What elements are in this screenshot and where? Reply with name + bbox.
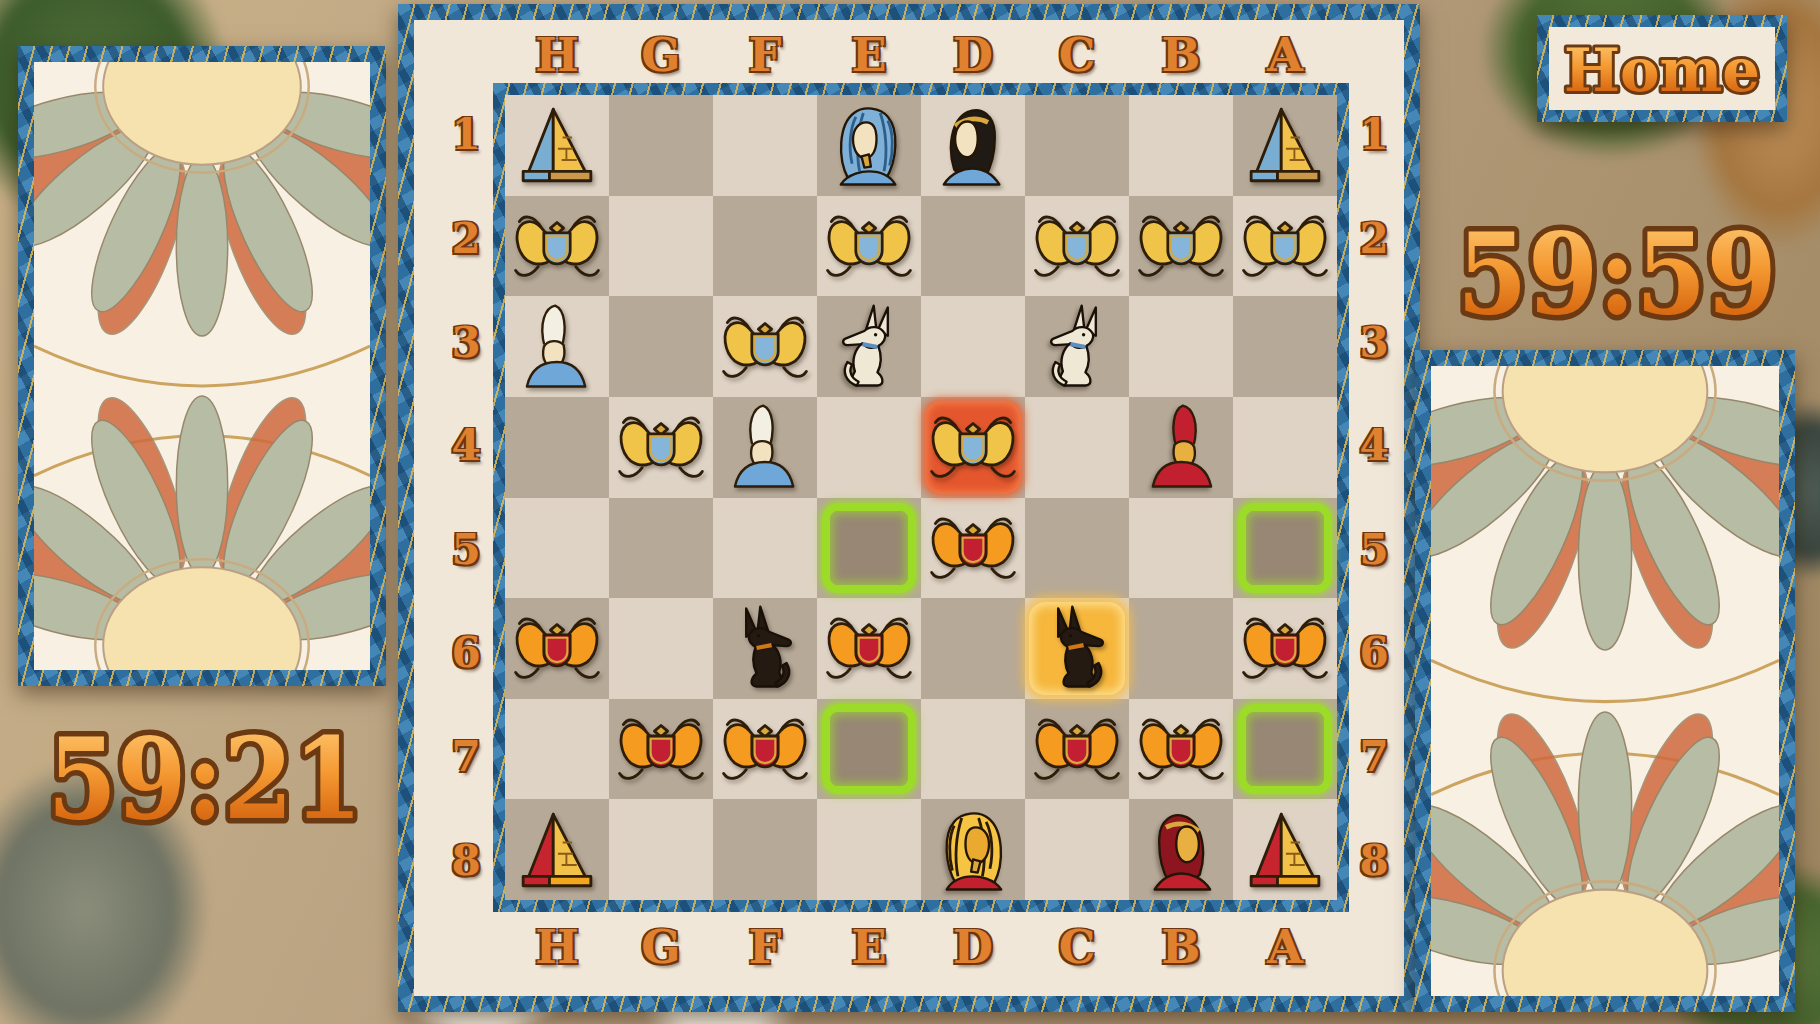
crown-bishop-blue[interactable] xyxy=(718,400,812,494)
coord-label-7: 7 xyxy=(1350,705,1398,809)
coord-label-6: 6 xyxy=(442,601,490,705)
board-panel: HGFEDCBA HGFEDCBA 12345678 12345678 xyxy=(398,4,1420,1012)
scarab-pawn-blue[interactable] xyxy=(510,199,604,293)
pharaoh-king-blue[interactable] xyxy=(822,98,916,192)
scarab-pawn-blue[interactable] xyxy=(1238,199,1332,293)
square-b5[interactable] xyxy=(1129,498,1233,599)
square-h2[interactable] xyxy=(505,196,609,297)
coord-label-2: 2 xyxy=(442,187,490,291)
home-button-label: Home xyxy=(1564,35,1760,105)
queen-blue[interactable] xyxy=(926,98,1020,192)
crown-bishop-red[interactable] xyxy=(1134,400,1228,494)
square-c7[interactable] xyxy=(1025,699,1129,800)
square-e5[interactable] xyxy=(817,498,921,599)
square-f2[interactable] xyxy=(713,196,817,297)
coord-label-4: 4 xyxy=(442,394,490,498)
square-c3[interactable] xyxy=(1025,296,1129,397)
anubis-knight-red[interactable] xyxy=(1030,601,1124,695)
pyramid-rook-blue[interactable] xyxy=(510,98,604,192)
file-labels-top: HGFEDCBA xyxy=(505,26,1337,84)
anubis-knight-blue[interactable] xyxy=(822,300,916,394)
queen-red[interactable] xyxy=(1134,803,1228,897)
square-d6[interactable] xyxy=(921,598,1025,699)
scarab-pawn-red[interactable] xyxy=(718,702,812,796)
coord-label-a: A xyxy=(1233,26,1337,84)
square-b8[interactable] xyxy=(1129,799,1233,900)
square-h6[interactable] xyxy=(505,598,609,699)
square-c6[interactable] xyxy=(1025,598,1129,699)
square-g6[interactable] xyxy=(609,598,713,699)
square-a5[interactable] xyxy=(1233,498,1337,599)
square-d4[interactable] xyxy=(921,397,1025,498)
square-b6[interactable] xyxy=(1129,598,1233,699)
coord-label-e: E xyxy=(817,918,921,976)
coord-label-e: E xyxy=(817,26,921,84)
scarab-pawn-red[interactable] xyxy=(510,601,604,695)
square-f3[interactable] xyxy=(713,296,817,397)
square-f1[interactable] xyxy=(713,95,817,196)
scarab-pawn-red[interactable] xyxy=(926,501,1020,595)
crown-bishop-blue[interactable] xyxy=(510,300,604,394)
square-a1[interactable] xyxy=(1233,95,1337,196)
scarab-pawn-blue[interactable] xyxy=(926,400,1020,494)
square-d8[interactable] xyxy=(921,799,1025,900)
rank-labels-left: 12345678 xyxy=(442,83,490,912)
square-e2[interactable] xyxy=(817,196,921,297)
square-e6[interactable] xyxy=(817,598,921,699)
square-f4[interactable] xyxy=(713,397,817,498)
sun-lotus-artwork xyxy=(1431,366,1779,996)
coord-label-b: B xyxy=(1129,26,1233,84)
svg-text:59:21: 59:21 xyxy=(48,713,363,844)
square-b7[interactable] xyxy=(1129,699,1233,800)
scarab-pawn-red[interactable] xyxy=(1238,601,1332,695)
square-a8[interactable] xyxy=(1233,799,1337,900)
highlight-green xyxy=(1238,704,1332,795)
square-c4[interactable] xyxy=(1025,397,1129,498)
home-button[interactable]: Home xyxy=(1537,15,1787,122)
scarab-pawn-blue[interactable] xyxy=(718,300,812,394)
square-e3[interactable] xyxy=(817,296,921,397)
coord-label-f: F xyxy=(713,26,817,84)
square-d1[interactable] xyxy=(921,95,1025,196)
coord-label-h: H xyxy=(505,918,609,976)
square-f5[interactable] xyxy=(713,498,817,599)
pharaoh-king-red[interactable] xyxy=(926,803,1020,897)
coord-label-a: A xyxy=(1233,918,1337,976)
pyramid-rook-red[interactable] xyxy=(510,803,604,897)
scarab-pawn-red[interactable] xyxy=(822,601,916,695)
square-d5[interactable] xyxy=(921,498,1025,599)
square-g8[interactable] xyxy=(609,799,713,900)
coord-label-7: 7 xyxy=(442,705,490,809)
square-a3[interactable] xyxy=(1233,296,1337,397)
coord-label-3: 3 xyxy=(442,290,490,394)
red-player-avatar-icon xyxy=(56,92,122,184)
coord-label-f: F xyxy=(713,918,817,976)
chess-board xyxy=(505,95,1337,900)
square-g2[interactable] xyxy=(609,196,713,297)
coord-label-8: 8 xyxy=(1350,808,1398,912)
coord-label-g: G xyxy=(609,918,713,976)
rank-labels-right: 12345678 xyxy=(1350,83,1398,912)
square-h1[interactable] xyxy=(505,95,609,196)
highlight-green xyxy=(1238,503,1332,594)
square-c2[interactable] xyxy=(1025,196,1129,297)
square-g3[interactable] xyxy=(609,296,713,397)
square-c8[interactable] xyxy=(1025,799,1129,900)
square-f7[interactable] xyxy=(713,699,817,800)
square-d3[interactable] xyxy=(921,296,1025,397)
square-h8[interactable] xyxy=(505,799,609,900)
coord-label-c: C xyxy=(1025,26,1129,84)
square-a4[interactable] xyxy=(1233,397,1337,498)
square-f8[interactable] xyxy=(713,799,817,900)
square-a2[interactable] xyxy=(1233,196,1337,297)
square-b4[interactable] xyxy=(1129,397,1233,498)
coord-label-3: 3 xyxy=(1350,290,1398,394)
square-e1[interactable] xyxy=(817,95,921,196)
coord-label-2: 2 xyxy=(1350,187,1398,291)
coord-label-4: 4 xyxy=(1350,394,1398,498)
square-a6[interactable] xyxy=(1233,598,1337,699)
scarab-pawn-red[interactable] xyxy=(1134,702,1228,796)
square-h4[interactable] xyxy=(505,397,609,498)
svg-text:59:59: 59:59 xyxy=(1457,208,1777,339)
coord-label-8: 8 xyxy=(442,808,490,912)
square-f6[interactable] xyxy=(713,598,817,699)
pyramid-rook-red[interactable] xyxy=(1238,803,1332,897)
board-frame xyxy=(493,83,1349,912)
square-b3[interactable] xyxy=(1129,296,1233,397)
scarab-pawn-blue[interactable] xyxy=(1134,199,1228,293)
square-a7[interactable] xyxy=(1233,699,1337,800)
left-player-card xyxy=(18,46,386,686)
square-h3[interactable] xyxy=(505,296,609,397)
square-g1[interactable] xyxy=(609,95,713,196)
coord-label-g: G xyxy=(609,26,713,84)
scarab-pawn-blue[interactable] xyxy=(614,400,708,494)
file-labels-bottom: HGFEDCBA xyxy=(505,918,1337,976)
pyramid-rook-blue[interactable] xyxy=(1238,98,1332,192)
square-h7[interactable] xyxy=(505,699,609,800)
coord-label-d: D xyxy=(921,918,1025,976)
square-c1[interactable] xyxy=(1025,95,1129,196)
square-c5[interactable] xyxy=(1025,498,1129,599)
scarab-pawn-red[interactable] xyxy=(614,702,708,796)
highlight-green xyxy=(822,503,916,594)
square-d2[interactable] xyxy=(921,196,1025,297)
square-d7[interactable] xyxy=(921,699,1025,800)
right-player-timer: 59:59 xyxy=(1445,205,1790,345)
coord-label-c: C xyxy=(1025,918,1129,976)
coord-label-1: 1 xyxy=(1350,83,1398,187)
coord-label-5: 5 xyxy=(442,498,490,602)
square-e7[interactable] xyxy=(817,699,921,800)
square-g7[interactable] xyxy=(609,699,713,800)
anubis-knight-red[interactable] xyxy=(718,601,812,695)
scarab-pawn-blue[interactable] xyxy=(822,199,916,293)
square-g5[interactable] xyxy=(609,498,713,599)
square-e4[interactable] xyxy=(817,397,921,498)
square-b1[interactable] xyxy=(1129,95,1233,196)
anubis-knight-blue[interactable] xyxy=(1030,300,1124,394)
coord-label-b: B xyxy=(1129,918,1233,976)
coord-label-1: 1 xyxy=(442,83,490,187)
highlight-green xyxy=(822,704,916,795)
square-b2[interactable] xyxy=(1129,196,1233,297)
coord-label-h: H xyxy=(505,26,609,84)
square-e8[interactable] xyxy=(817,799,921,900)
scarab-pawn-blue[interactable] xyxy=(1030,199,1124,293)
square-h5[interactable] xyxy=(505,498,609,599)
game-screen: 59:21 HGFEDCBA HGFEDCBA 12345678 1234567… xyxy=(0,0,1820,1024)
left-player-timer: 59:21 xyxy=(35,710,375,850)
coord-label-d: D xyxy=(921,26,1025,84)
coord-label-6: 6 xyxy=(1350,601,1398,705)
scarab-pawn-red[interactable] xyxy=(1030,702,1124,796)
coord-label-5: 5 xyxy=(1350,498,1398,602)
right-player-card xyxy=(1415,350,1795,1012)
square-g4[interactable] xyxy=(609,397,713,498)
